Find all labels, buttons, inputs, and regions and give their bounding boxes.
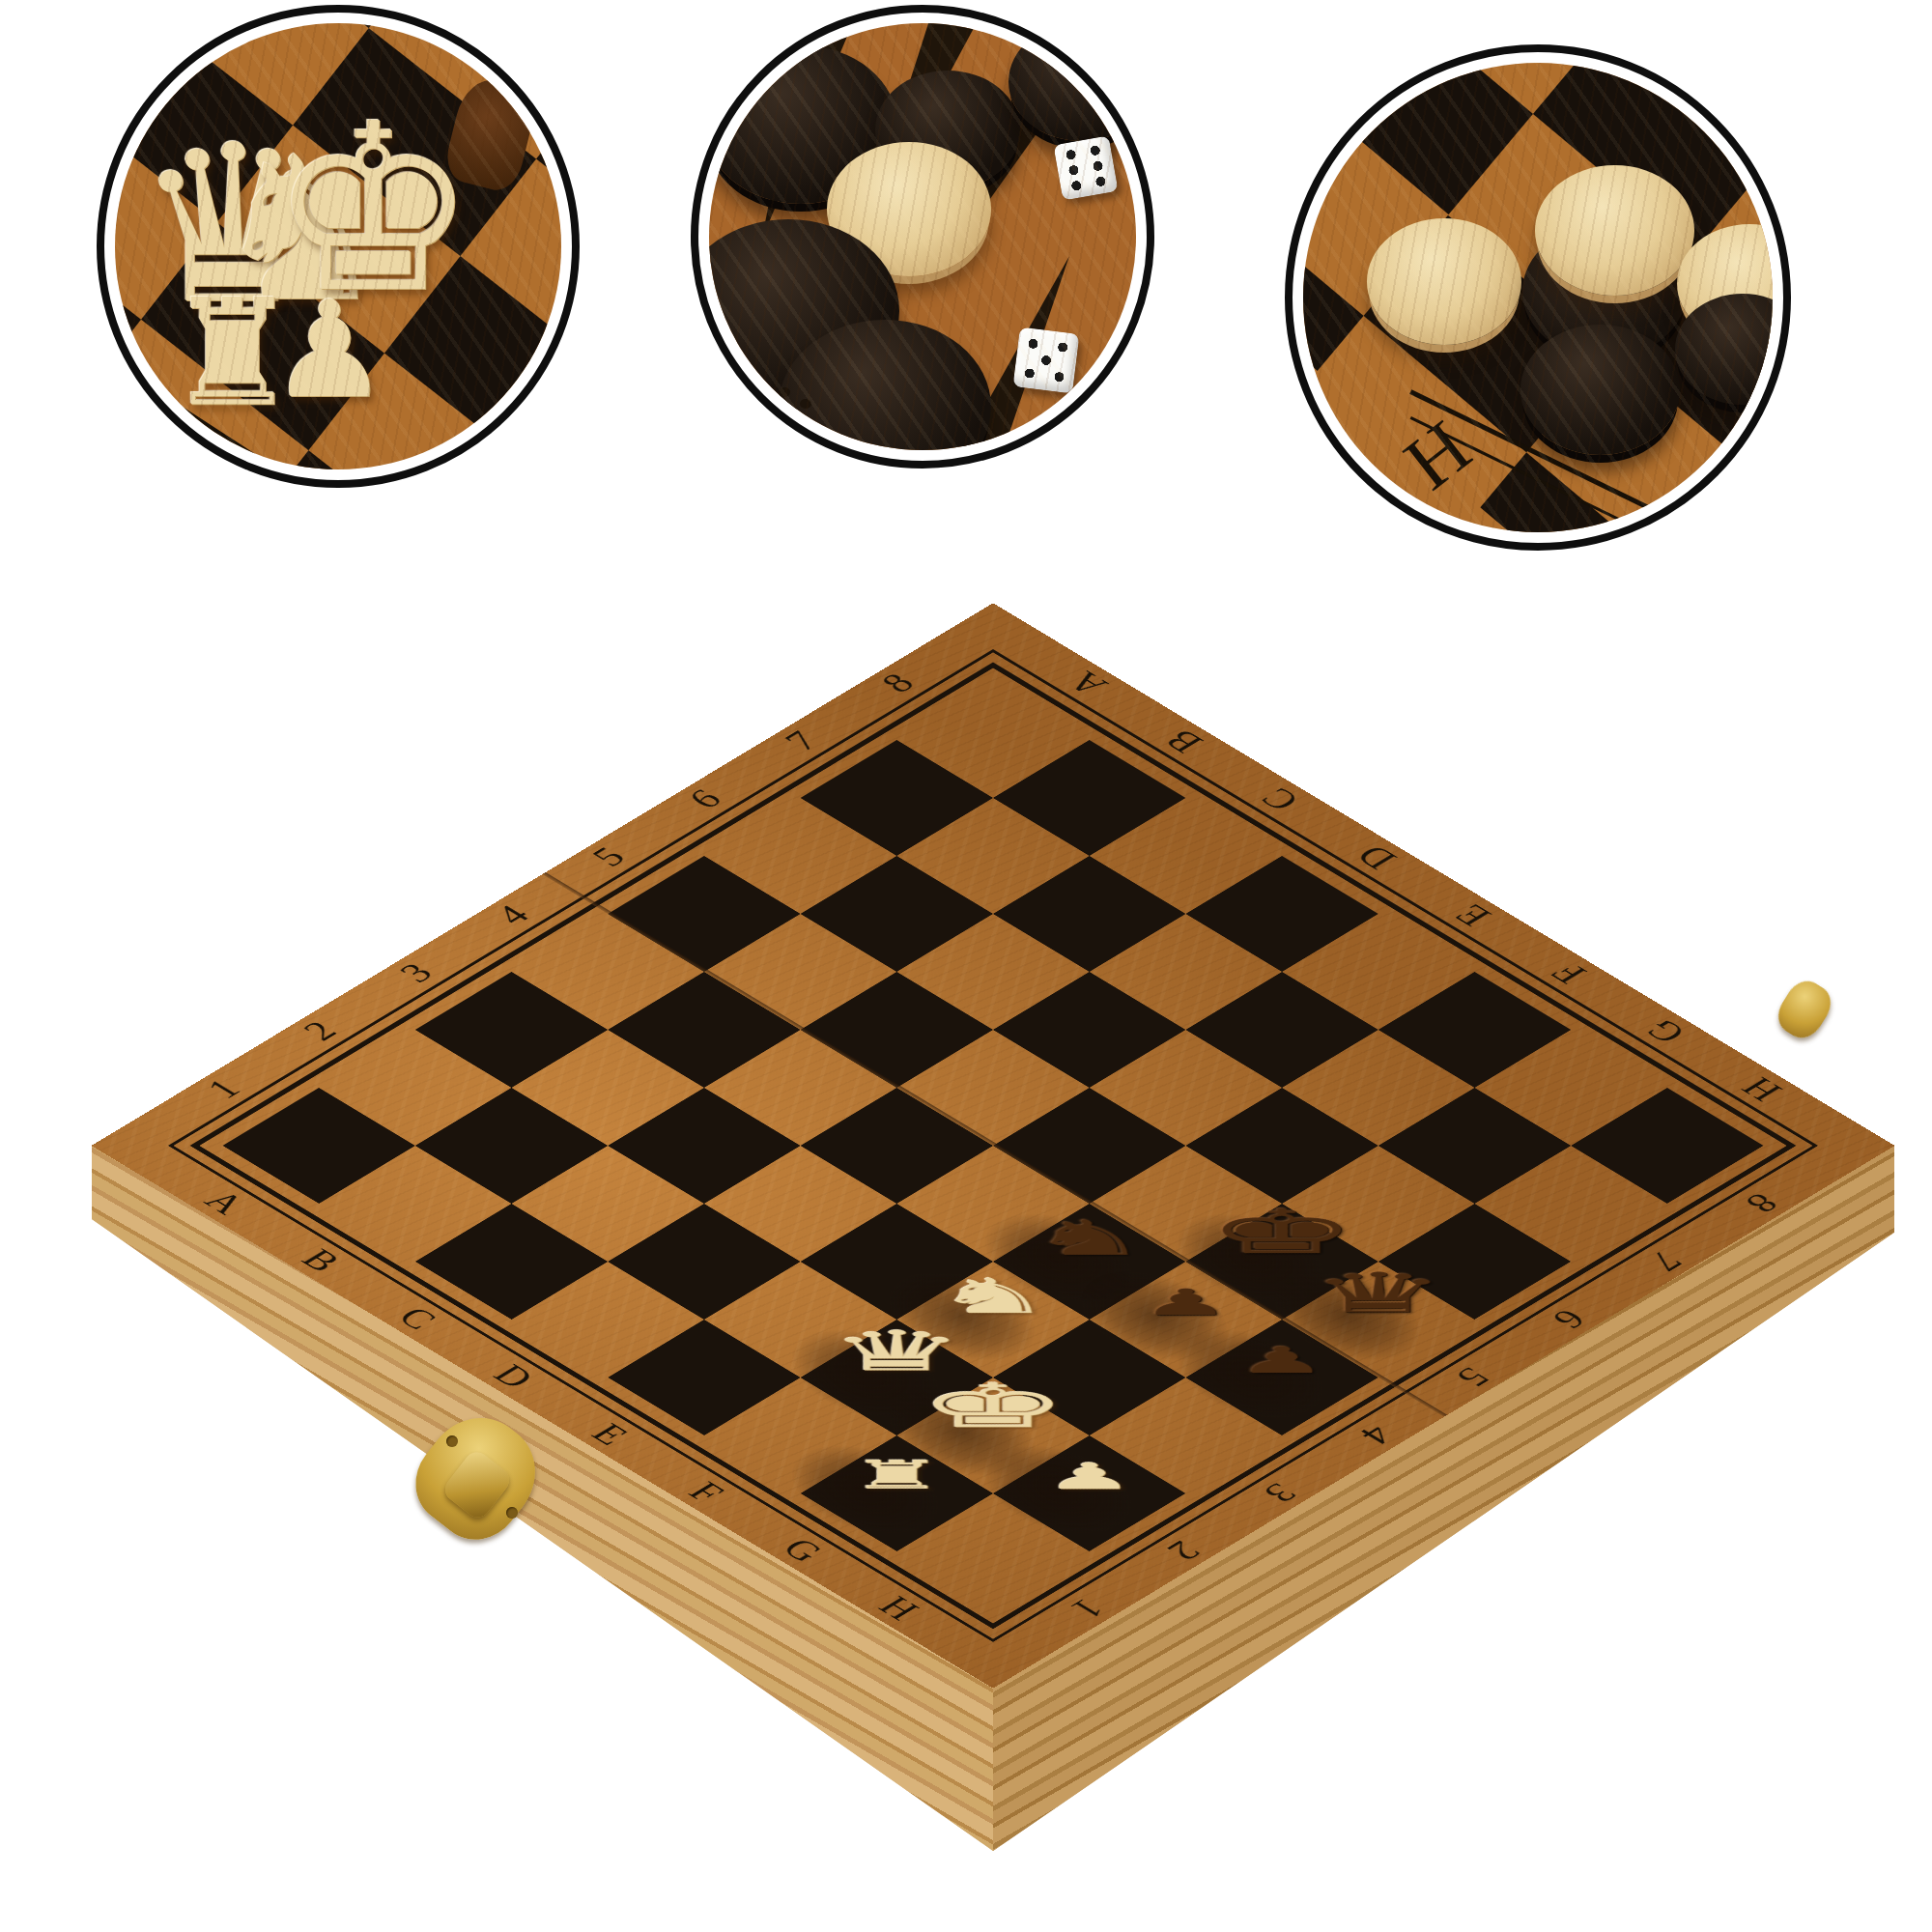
rank-label-left-5: 5 xyxy=(574,836,645,878)
file-label-top-b: B xyxy=(1149,720,1220,762)
latch-screw xyxy=(506,1507,518,1519)
rank-label-left-8: 8 xyxy=(863,662,934,704)
peg-hole xyxy=(779,387,790,397)
brass-latch-catch xyxy=(1771,974,1838,1045)
file-label-top-c: C xyxy=(1245,778,1317,820)
inset-backgammon-photo xyxy=(709,23,1136,450)
file-label-top-g: G xyxy=(1630,1009,1701,1052)
inset-chess-closeup: ♛♞♚♜♟ xyxy=(97,5,580,488)
file-label-top-e: E xyxy=(1437,894,1509,936)
file-label-top-h: H xyxy=(1726,1067,1798,1110)
rank-label-left-2: 2 xyxy=(285,1009,356,1052)
file-label-top-f: F xyxy=(1534,952,1605,994)
dark-checker-disc xyxy=(1520,325,1680,455)
latch-screw xyxy=(446,1435,458,1447)
inset-checkers-photo: H xyxy=(1303,63,1773,532)
file-label-top-a: A xyxy=(1052,662,1123,704)
inset-checkers-closeup: H xyxy=(1285,44,1791,551)
rank-label-left-1: 1 xyxy=(188,1067,260,1110)
chess-board: AA88BB77CC66DD55EE44FF33GG22HH11 ♜♛♚♞♟♞♟… xyxy=(92,603,1895,1688)
peg-hole xyxy=(800,399,811,409)
light-checker-disc xyxy=(1367,218,1521,345)
rank-label-left-6: 6 xyxy=(670,778,742,820)
rank-label-left-7: 7 xyxy=(767,720,838,762)
inset-backgammon-closeup xyxy=(691,5,1154,469)
die-showing-5 xyxy=(1012,327,1079,393)
file-label-top-d: D xyxy=(1341,836,1412,878)
rank-label-left-3: 3 xyxy=(382,952,453,994)
rank-label-left-4: 4 xyxy=(477,894,549,936)
inset-chess-photo: ♛♞♚♜♟ xyxy=(115,23,561,469)
light-checker-disc xyxy=(1535,165,1694,296)
die-showing-6 xyxy=(1053,135,1118,200)
inset-chess-piece-pawn: ♟ xyxy=(270,284,389,417)
